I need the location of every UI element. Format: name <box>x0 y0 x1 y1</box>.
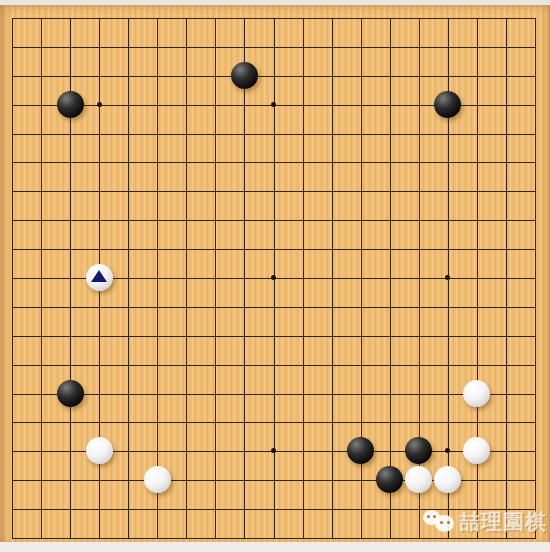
stone-black-C16 <box>57 91 84 118</box>
star-point <box>271 102 276 107</box>
triangle-mark-icon <box>91 270 107 282</box>
stone-black-O3 <box>376 466 403 493</box>
go-diagram-page: 喆理圍棋 <box>0 0 550 552</box>
stone-white-R6 <box>463 380 490 407</box>
star-point <box>271 275 276 280</box>
stone-black-P4 <box>405 437 432 464</box>
stone-white-F3 <box>144 466 171 493</box>
star-point <box>445 275 450 280</box>
star-point <box>97 102 102 107</box>
star-point <box>271 448 276 453</box>
stone-black-J17 <box>231 62 258 89</box>
stone-white-R4 <box>463 437 490 464</box>
go-board: 喆理圍棋 <box>0 5 550 542</box>
stone-white-D4 <box>86 437 113 464</box>
stone-white-P3 <box>405 466 432 493</box>
stone-white-D10 <box>86 264 113 291</box>
stone-black-N4 <box>347 437 374 464</box>
stone-black-Q16 <box>434 91 461 118</box>
bottom-margin-strip <box>0 542 550 552</box>
stone-black-C6 <box>57 380 84 407</box>
board-intersections <box>0 3 550 552</box>
stone-white-Q3 <box>434 466 461 493</box>
star-point <box>445 448 450 453</box>
